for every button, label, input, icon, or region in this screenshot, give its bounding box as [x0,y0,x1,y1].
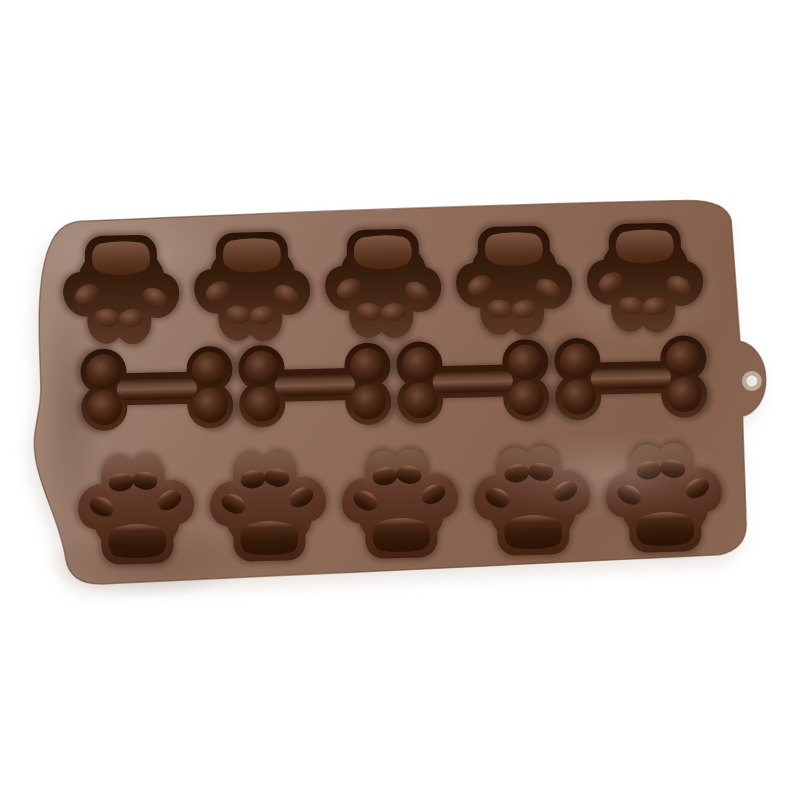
silicone-mold [24,198,770,602]
product-photo-stage [0,0,800,800]
mold-photo [0,0,800,800]
